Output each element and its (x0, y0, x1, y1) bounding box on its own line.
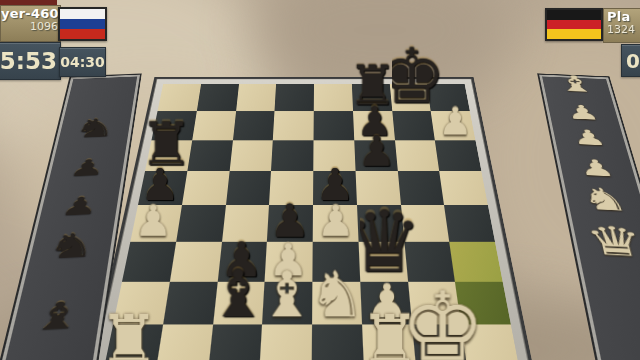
russia-flag-icon (58, 7, 107, 41)
white-p-a4[interactable]: ♟ (130, 142, 176, 242)
captured-white-n: ♞ (562, 173, 640, 219)
board-plane: ♞♟♟♞♝ ♝♟♟♟♞♛ ♚♜♟♟♜♟♟♟♟♟♟♛♟♟♝♝♞♟♜♜♚ (103, 84, 520, 360)
clock-main-left: 5:53 (0, 42, 61, 80)
captured-tray-right: ♝♟♟♟♞♛ (539, 75, 640, 360)
white-n-e2[interactable]: ♞ (312, 216, 362, 325)
captured-black-n: ♞ (28, 217, 115, 268)
square-f6[interactable] (354, 140, 397, 171)
square-d8[interactable] (275, 84, 314, 111)
player-left-plate: yer-460 1096 (0, 5, 61, 42)
square-f8[interactable] (352, 84, 392, 111)
white-k-g1[interactable]: ♚ (416, 258, 468, 360)
captured-black-b: ♝ (10, 282, 105, 341)
square-b8[interactable] (197, 84, 239, 111)
square-d1[interactable] (260, 325, 313, 360)
player-right-name: Pla (607, 9, 640, 24)
player-right-rating: 1324 (607, 24, 640, 36)
white-b-d2[interactable]: ♝ (262, 216, 312, 325)
square-c1[interactable] (207, 325, 262, 360)
player-left-rating: 1096 (1, 21, 58, 33)
player-right-plate: Pla 1324 (603, 8, 640, 43)
clock-secondary-left: 04:30 (59, 47, 106, 77)
square-h6[interactable] (435, 140, 482, 171)
square-a8[interactable] (158, 84, 201, 111)
square-b1[interactable] (155, 325, 212, 360)
square-e8[interactable] (314, 84, 353, 111)
germany-flag-icon (545, 8, 603, 41)
square-f7[interactable] (353, 111, 395, 140)
square-c7[interactable] (233, 111, 275, 140)
square-e1[interactable] (312, 325, 364, 360)
square-c8[interactable] (236, 84, 277, 111)
square-b6[interactable] (187, 140, 232, 171)
square-b7[interactable] (192, 111, 236, 140)
white-r-a1[interactable]: ♜ (103, 258, 155, 360)
square-g8[interactable] (389, 84, 431, 111)
square-h7[interactable] (431, 111, 476, 140)
square-g7[interactable] (392, 111, 435, 140)
player-left-name: yer-460 (1, 6, 58, 21)
square-h8[interactable] (427, 84, 470, 111)
black-b-c2[interactable]: ♝ (213, 216, 263, 325)
clock-main-right: 0 (621, 44, 640, 77)
square-d7[interactable] (273, 111, 314, 140)
square-h4[interactable] (444, 205, 495, 242)
captured-black-p: ♟ (39, 176, 122, 222)
captured-black-n: ♞ (57, 106, 132, 144)
captured-white-q: ♛ (571, 216, 640, 267)
square-h5[interactable] (439, 171, 488, 205)
square-g6[interactable] (395, 140, 440, 171)
